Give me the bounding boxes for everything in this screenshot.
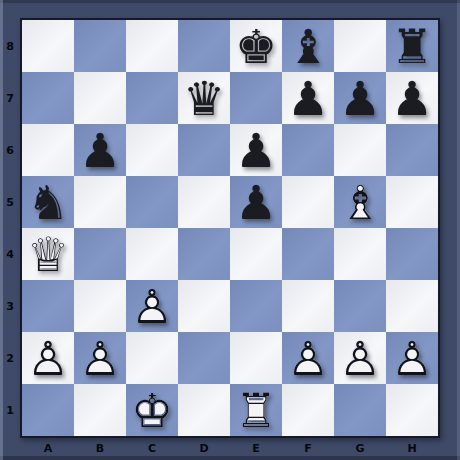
rank-label-5: 5 [0, 176, 20, 228]
square-a8[interactable] [22, 20, 74, 72]
square-e4[interactable] [230, 228, 282, 280]
square-g3[interactable] [334, 280, 386, 332]
square-f6[interactable] [282, 124, 334, 176]
black-pawn-piece: ♟♙ [386, 72, 438, 124]
square-b1[interactable] [74, 384, 126, 436]
square-e8[interactable]: ♚♔ [230, 20, 282, 72]
square-h8[interactable]: ♜♖ [386, 20, 438, 72]
square-a2[interactable]: ♟♙ [22, 332, 74, 384]
black-pawn-piece: ♟♙ [74, 124, 126, 176]
rank-label-6: 6 [0, 124, 20, 176]
chess-diagram: 87654321 ♚♔♝♗♜♖♛♕♟♙♟♙♟♙♟♙♟♙♞♘♟♙♝♗♛♕♟♙♟♙♟… [0, 0, 460, 460]
file-label-f: F [282, 440, 334, 456]
square-g8[interactable] [334, 20, 386, 72]
square-f7[interactable]: ♟♙ [282, 72, 334, 124]
board-frame: ♚♔♝♗♜♖♛♕♟♙♟♙♟♙♟♙♟♙♞♘♟♙♝♗♛♕♟♙♟♙♟♙♟♙♟♙♟♙♚♔… [20, 18, 440, 438]
square-c7[interactable] [126, 72, 178, 124]
square-h2[interactable]: ♟♙ [386, 332, 438, 384]
square-c3[interactable]: ♟♙ [126, 280, 178, 332]
white-rook-piece: ♜♖ [230, 384, 282, 436]
file-labels: ABCDEFGH [22, 440, 438, 456]
square-g2[interactable]: ♟♙ [334, 332, 386, 384]
black-knight-piece: ♞♘ [22, 176, 74, 228]
square-c8[interactable] [126, 20, 178, 72]
square-f3[interactable] [282, 280, 334, 332]
square-c1[interactable]: ♚♔ [126, 384, 178, 436]
square-h4[interactable] [386, 228, 438, 280]
square-c4[interactable] [126, 228, 178, 280]
file-label-h: H [386, 440, 438, 456]
square-b8[interactable] [74, 20, 126, 72]
rank-label-7: 7 [0, 72, 20, 124]
white-king-piece: ♚♔ [126, 384, 178, 436]
square-h6[interactable] [386, 124, 438, 176]
file-label-a: A [22, 440, 74, 456]
square-d6[interactable] [178, 124, 230, 176]
black-pawn-piece: ♟♙ [334, 72, 386, 124]
square-e2[interactable] [230, 332, 282, 384]
square-f8[interactable]: ♝♗ [282, 20, 334, 72]
square-h1[interactable] [386, 384, 438, 436]
square-b6[interactable]: ♟♙ [74, 124, 126, 176]
square-c5[interactable] [126, 176, 178, 228]
square-g7[interactable]: ♟♙ [334, 72, 386, 124]
square-h7[interactable]: ♟♙ [386, 72, 438, 124]
square-b3[interactable] [74, 280, 126, 332]
square-a6[interactable] [22, 124, 74, 176]
rank-labels: 87654321 [0, 20, 20, 436]
white-pawn-piece: ♟♙ [282, 332, 334, 384]
square-h5[interactable] [386, 176, 438, 228]
square-d1[interactable] [178, 384, 230, 436]
square-g6[interactable] [334, 124, 386, 176]
square-e1[interactable]: ♜♖ [230, 384, 282, 436]
square-f1[interactable] [282, 384, 334, 436]
white-queen-piece: ♛♕ [22, 228, 74, 280]
square-a5[interactable]: ♞♘ [22, 176, 74, 228]
square-b2[interactable]: ♟♙ [74, 332, 126, 384]
chess-board: ♚♔♝♗♜♖♛♕♟♙♟♙♟♙♟♙♟♙♞♘♟♙♝♗♛♕♟♙♟♙♟♙♟♙♟♙♟♙♚♔… [22, 20, 438, 436]
black-rook-piece: ♜♖ [386, 20, 438, 72]
file-label-c: C [126, 440, 178, 456]
square-b7[interactable] [74, 72, 126, 124]
square-f4[interactable] [282, 228, 334, 280]
white-bishop-piece: ♝♗ [334, 176, 386, 228]
square-g1[interactable] [334, 384, 386, 436]
rank-label-4: 4 [0, 228, 20, 280]
square-g4[interactable] [334, 228, 386, 280]
file-label-b: B [74, 440, 126, 456]
rank-label-1: 1 [0, 384, 20, 436]
square-g5[interactable]: ♝♗ [334, 176, 386, 228]
square-d4[interactable] [178, 228, 230, 280]
rank-label-3: 3 [0, 280, 20, 332]
square-e6[interactable]: ♟♙ [230, 124, 282, 176]
square-a4[interactable]: ♛♕ [22, 228, 74, 280]
square-c2[interactable] [126, 332, 178, 384]
square-a7[interactable] [22, 72, 74, 124]
square-e3[interactable] [230, 280, 282, 332]
square-b4[interactable] [74, 228, 126, 280]
white-pawn-piece: ♟♙ [74, 332, 126, 384]
black-king-piece: ♚♔ [230, 20, 282, 72]
square-d7[interactable]: ♛♕ [178, 72, 230, 124]
white-pawn-piece: ♟♙ [386, 332, 438, 384]
square-e5[interactable]: ♟♙ [230, 176, 282, 228]
square-a1[interactable] [22, 384, 74, 436]
square-d2[interactable] [178, 332, 230, 384]
square-d3[interactable] [178, 280, 230, 332]
square-a3[interactable] [22, 280, 74, 332]
square-c6[interactable] [126, 124, 178, 176]
white-pawn-piece: ♟♙ [334, 332, 386, 384]
square-d5[interactable] [178, 176, 230, 228]
white-pawn-piece: ♟♙ [22, 332, 74, 384]
rank-label-2: 2 [0, 332, 20, 384]
square-f5[interactable] [282, 176, 334, 228]
file-label-g: G [334, 440, 386, 456]
black-pawn-piece: ♟♙ [230, 176, 282, 228]
square-d8[interactable] [178, 20, 230, 72]
black-pawn-piece: ♟♙ [230, 124, 282, 176]
black-pawn-piece: ♟♙ [282, 72, 334, 124]
file-label-d: D [178, 440, 230, 456]
square-e7[interactable] [230, 72, 282, 124]
square-f2[interactable]: ♟♙ [282, 332, 334, 384]
black-bishop-piece: ♝♗ [282, 20, 334, 72]
square-h3[interactable] [386, 280, 438, 332]
square-b5[interactable] [74, 176, 126, 228]
file-label-e: E [230, 440, 282, 456]
black-queen-piece: ♛♕ [178, 72, 230, 124]
rank-label-8: 8 [0, 20, 20, 72]
white-pawn-piece: ♟♙ [126, 280, 178, 332]
